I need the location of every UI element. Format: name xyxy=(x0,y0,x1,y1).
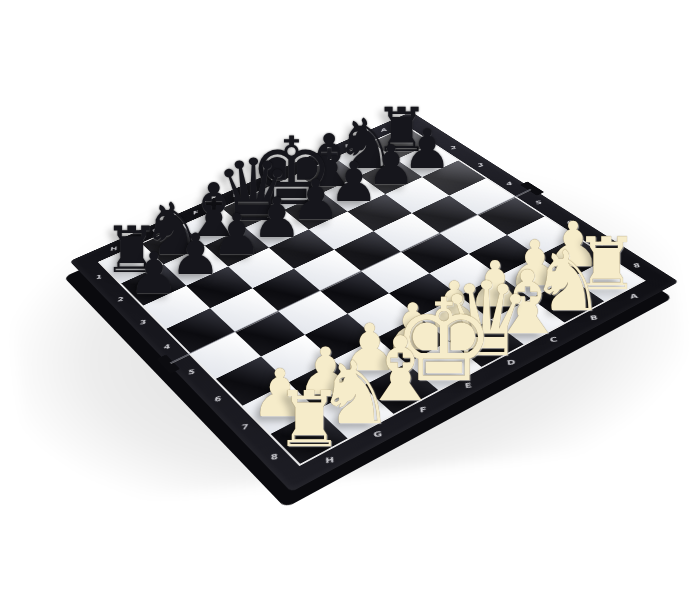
file-label: D xyxy=(267,166,282,192)
file-label: A xyxy=(621,280,648,313)
rank-label: 1 xyxy=(74,270,123,284)
file-label: F xyxy=(412,390,435,429)
file-label: D xyxy=(499,344,524,380)
chess-set-photo: 12345678 12345678 ABCDEFGH ABCDEFGH ♜♞♝♚… xyxy=(0,0,700,598)
rank-label: 4 xyxy=(485,177,533,190)
rank-label: 5 xyxy=(514,195,563,209)
file-label: E xyxy=(229,182,243,208)
rank-label: 2 xyxy=(95,291,145,306)
file-label: F xyxy=(189,199,204,226)
file-label: B xyxy=(581,301,607,335)
rank-label: 4 xyxy=(141,338,193,354)
rank-label: 6 xyxy=(544,215,595,229)
file-label: E xyxy=(456,367,480,405)
rank-label: 8 xyxy=(245,447,302,466)
rank-label: 3 xyxy=(118,314,169,330)
rank-label: 7 xyxy=(217,418,273,436)
rank-label: 2 xyxy=(430,141,476,153)
file-label: A xyxy=(376,118,393,142)
rank-label: 8 xyxy=(610,257,664,272)
file-label: B xyxy=(340,134,356,158)
file-label: G xyxy=(367,414,389,454)
rank-label: 6 xyxy=(190,390,244,407)
rank-label: 3 xyxy=(457,158,504,171)
rank-label: 1 xyxy=(405,124,450,136)
file-label: G xyxy=(148,216,164,244)
file-label: C xyxy=(304,149,319,174)
file-label: C xyxy=(541,322,567,357)
rank-label: 7 xyxy=(576,236,628,251)
